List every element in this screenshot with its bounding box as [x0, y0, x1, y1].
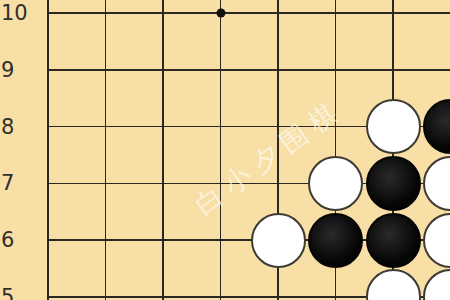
black-stone-F6	[308, 213, 363, 268]
white-stone-H7	[423, 156, 450, 211]
black-stone-G6	[366, 213, 421, 268]
stones-layer	[19, 0, 450, 300]
white-stone-G5	[366, 269, 421, 300]
white-stone-E6	[251, 213, 306, 268]
black-stone-G7	[366, 156, 421, 211]
go-board-viewport: 1098765 白小夕围棋	[0, 0, 450, 300]
white-stone-F7	[308, 156, 363, 211]
white-stone-H5	[423, 269, 450, 300]
white-stone-H6	[423, 213, 450, 268]
white-stone-G8	[366, 99, 421, 154]
black-stone-H8	[423, 99, 450, 154]
